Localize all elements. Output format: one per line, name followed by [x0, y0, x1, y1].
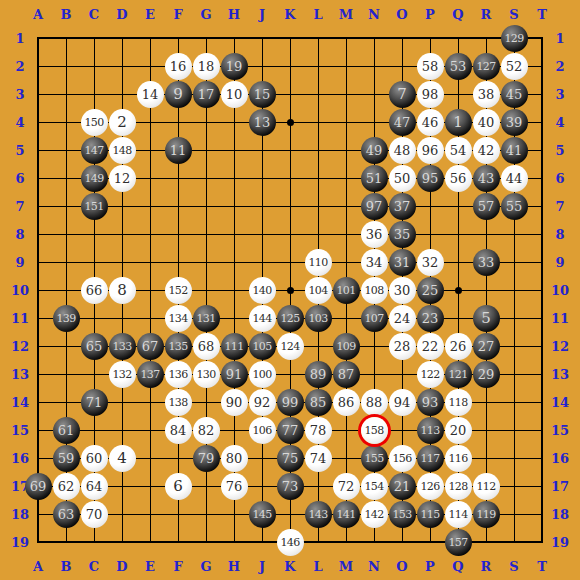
stone-c14: 71	[81, 389, 108, 416]
move-number: 56	[450, 172, 467, 185]
stone-s7: 55	[501, 193, 528, 220]
stone-m12: 109	[333, 333, 360, 360]
stone-g15: 82	[193, 417, 220, 444]
move-number: 45	[506, 88, 523, 101]
move-number: 157	[448, 537, 467, 548]
stone-s1: 129	[501, 25, 528, 52]
move-number: 112	[476, 481, 495, 492]
stone-p18: 115	[417, 501, 444, 528]
col-label-k: K	[276, 553, 304, 579]
stone-h13: 91	[221, 361, 248, 388]
move-number: 119	[476, 509, 495, 520]
stone-e12: 67	[137, 333, 164, 360]
move-number: 19	[226, 60, 243, 73]
stone-n5: 49	[361, 137, 388, 164]
move-number: 5	[481, 311, 491, 326]
move-number: 94	[394, 396, 411, 409]
move-number: 88	[366, 396, 383, 409]
col-label-o: O	[388, 553, 416, 579]
move-number: 55	[506, 200, 523, 213]
stone-s2: 52	[501, 53, 528, 80]
stone-o14: 94	[389, 389, 416, 416]
stone-j15: 106	[249, 417, 276, 444]
move-number: 104	[308, 285, 327, 296]
move-number: 93	[422, 396, 439, 409]
move-number: 7	[397, 87, 407, 102]
move-number: 63	[58, 508, 75, 521]
stone-p15: 113	[417, 417, 444, 444]
stone-o18: 153	[389, 501, 416, 528]
move-number: 18	[198, 60, 215, 73]
stone-p16: 117	[417, 445, 444, 472]
move-number: 148	[112, 145, 131, 156]
move-number: 151	[84, 201, 103, 212]
stone-l15: 78	[305, 417, 332, 444]
move-number: 115	[420, 509, 439, 520]
stone-r13: 29	[473, 361, 500, 388]
stone-h17: 76	[221, 473, 248, 500]
move-number: 139	[56, 313, 75, 324]
col-label-g: G	[192, 553, 220, 579]
stone-f15: 84	[165, 417, 192, 444]
stone-r18: 119	[473, 501, 500, 528]
move-number: 109	[336, 341, 355, 352]
column-labels-bottom: ABCDEFGHJKLMNOPQRST	[24, 553, 556, 579]
move-number: 76	[226, 480, 243, 493]
move-number: 13	[254, 116, 271, 129]
move-number: 69	[30, 480, 47, 493]
stone-m10: 101	[333, 277, 360, 304]
stone-c6: 149	[81, 165, 108, 192]
col-label-t: T	[528, 553, 556, 579]
move-number: 141	[336, 509, 355, 520]
stone-h3: 10	[221, 81, 248, 108]
stone-k12: 124	[277, 333, 304, 360]
stone-h12: 111	[221, 333, 248, 360]
stone-m14: 86	[333, 389, 360, 416]
stone-h16: 80	[221, 445, 248, 472]
stone-n10: 108	[361, 277, 388, 304]
move-number: 110	[308, 257, 327, 268]
stone-p12: 22	[417, 333, 444, 360]
stone-n6: 51	[361, 165, 388, 192]
stone-e13: 137	[137, 361, 164, 388]
move-number: 137	[140, 369, 159, 380]
stone-b15: 61	[53, 417, 80, 444]
move-number: 156	[392, 453, 411, 464]
move-number: 46	[422, 116, 439, 129]
move-number: 66	[86, 284, 103, 297]
move-number: 149	[84, 173, 103, 184]
go-board[interactable]: 1245678910111213141516171819202122232425…	[24, 24, 556, 556]
move-number: 142	[364, 509, 383, 520]
stone-q18: 114	[445, 501, 472, 528]
stone-q17: 128	[445, 473, 472, 500]
stone-d16: 4	[109, 445, 136, 472]
stone-m17: 72	[333, 473, 360, 500]
move-number: 85	[310, 396, 327, 409]
stone-h14: 90	[221, 389, 248, 416]
stone-k17: 73	[277, 473, 304, 500]
stone-o11: 24	[389, 305, 416, 332]
stone-o6: 50	[389, 165, 416, 192]
stone-f14: 138	[165, 389, 192, 416]
stone-g13: 130	[193, 361, 220, 388]
stone-b17: 62	[53, 473, 80, 500]
move-number: 133	[112, 341, 131, 352]
stone-q16: 116	[445, 445, 472, 472]
stone-r2: 127	[473, 53, 500, 80]
col-label-q: Q	[444, 553, 472, 579]
move-number: 22	[422, 340, 439, 353]
stone-j12: 105	[249, 333, 276, 360]
move-number: 147	[84, 145, 103, 156]
move-number: 145	[252, 509, 271, 520]
stone-m18: 141	[333, 501, 360, 528]
col-label-c: C	[80, 553, 108, 579]
stone-p3: 98	[417, 81, 444, 108]
move-number: 8	[117, 283, 127, 298]
stone-q14: 118	[445, 389, 472, 416]
stone-o8: 35	[389, 221, 416, 248]
stone-m13: 87	[333, 361, 360, 388]
stone-p14: 93	[417, 389, 444, 416]
stone-k11: 125	[277, 305, 304, 332]
move-number: 80	[226, 452, 243, 465]
col-label-d: D	[108, 553, 136, 579]
stone-n11: 107	[361, 305, 388, 332]
stone-p6: 95	[417, 165, 444, 192]
move-number: 79	[198, 452, 215, 465]
move-number: 108	[364, 285, 383, 296]
stone-n16: 155	[361, 445, 388, 472]
stone-f3: 9	[165, 81, 192, 108]
move-number: 77	[282, 424, 299, 437]
move-number: 103	[308, 313, 327, 324]
stone-c16: 60	[81, 445, 108, 472]
move-number: 150	[84, 117, 103, 128]
move-number: 38	[478, 88, 495, 101]
move-number: 29	[478, 368, 495, 381]
move-number: 90	[226, 396, 243, 409]
move-number: 65	[86, 340, 103, 353]
move-number: 132	[112, 369, 131, 380]
stone-l18: 143	[305, 501, 332, 528]
stone-j3: 15	[249, 81, 276, 108]
move-number: 126	[420, 481, 439, 492]
stone-d10: 8	[109, 277, 136, 304]
move-number: 28	[394, 340, 411, 353]
col-label-s: S	[500, 553, 528, 579]
stone-g2: 18	[193, 53, 220, 80]
stone-o3: 7	[389, 81, 416, 108]
move-number: 52	[506, 60, 523, 73]
stone-q5: 54	[445, 137, 472, 164]
move-number: 87	[338, 368, 355, 381]
stone-n9: 34	[361, 249, 388, 276]
stone-f2: 16	[165, 53, 192, 80]
stone-n7: 97	[361, 193, 388, 220]
stone-r7: 57	[473, 193, 500, 220]
stone-r6: 43	[473, 165, 500, 192]
move-number: 158	[364, 425, 383, 436]
move-number: 136	[168, 369, 187, 380]
stone-q6: 56	[445, 165, 472, 192]
move-number: 114	[448, 509, 467, 520]
move-number: 67	[142, 340, 159, 353]
stone-l14: 85	[305, 389, 332, 416]
stone-s4: 39	[501, 109, 528, 136]
stone-p10: 25	[417, 277, 444, 304]
stone-d4: 2	[109, 109, 136, 136]
stone-j4: 13	[249, 109, 276, 136]
move-number: 51	[366, 172, 383, 185]
col-label-b: B	[52, 553, 80, 579]
stone-r3: 38	[473, 81, 500, 108]
move-number: 134	[168, 313, 187, 324]
stone-f17: 6	[165, 473, 192, 500]
stone-f13: 136	[165, 361, 192, 388]
stone-d12: 133	[109, 333, 136, 360]
move-number: 35	[394, 228, 411, 241]
col-label-f: F	[164, 553, 192, 579]
col-label-h: H	[220, 553, 248, 579]
move-number: 68	[198, 340, 215, 353]
move-number: 26	[450, 340, 467, 353]
stone-j10: 140	[249, 277, 276, 304]
stone-o10: 30	[389, 277, 416, 304]
move-number: 15	[254, 88, 271, 101]
stone-p4: 46	[417, 109, 444, 136]
move-number: 105	[252, 341, 271, 352]
move-number: 1	[453, 115, 463, 130]
stone-k14: 99	[277, 389, 304, 416]
move-number: 146	[280, 537, 299, 548]
move-number: 11	[170, 144, 187, 157]
stone-n17: 154	[361, 473, 388, 500]
stone-l16: 74	[305, 445, 332, 472]
stone-l10: 104	[305, 277, 332, 304]
stone-q2: 53	[445, 53, 472, 80]
stone-o16: 156	[389, 445, 416, 472]
stone-d6: 12	[109, 165, 136, 192]
stone-g11: 131	[193, 305, 220, 332]
move-number: 98	[422, 88, 439, 101]
stone-j13: 100	[249, 361, 276, 388]
stone-b11: 139	[53, 305, 80, 332]
move-number: 91	[226, 368, 243, 381]
move-number: 57	[478, 200, 495, 213]
stone-r5: 42	[473, 137, 500, 164]
stone-c4: 150	[81, 109, 108, 136]
move-number: 78	[310, 424, 327, 437]
move-number: 39	[506, 116, 523, 129]
move-number: 60	[86, 452, 103, 465]
stone-c7: 151	[81, 193, 108, 220]
move-number: 24	[394, 312, 411, 325]
move-number: 155	[364, 453, 383, 464]
stone-r4: 40	[473, 109, 500, 136]
stone-o12: 28	[389, 333, 416, 360]
stone-f5: 11	[165, 137, 192, 164]
stone-p2: 58	[417, 53, 444, 80]
stone-q15: 20	[445, 417, 472, 444]
move-number: 64	[86, 480, 103, 493]
move-number: 84	[170, 424, 187, 437]
move-number: 75	[282, 452, 299, 465]
move-number: 127	[476, 61, 495, 72]
move-number: 89	[310, 368, 327, 381]
stone-r9: 33	[473, 249, 500, 276]
stone-s3: 45	[501, 81, 528, 108]
stone-p13: 122	[417, 361, 444, 388]
move-number: 99	[282, 396, 299, 409]
stone-c12: 65	[81, 333, 108, 360]
stone-a17: 69	[25, 473, 52, 500]
stone-c17: 64	[81, 473, 108, 500]
stone-l11: 103	[305, 305, 332, 332]
stone-k19: 146	[277, 529, 304, 556]
stone-f11: 134	[165, 305, 192, 332]
move-number: 72	[338, 480, 355, 493]
stone-h2: 19	[221, 53, 248, 80]
stone-l13: 89	[305, 361, 332, 388]
move-number: 117	[420, 453, 439, 464]
stone-n8: 36	[361, 221, 388, 248]
move-number: 49	[366, 144, 383, 157]
stone-r17: 112	[473, 473, 500, 500]
stone-r12: 27	[473, 333, 500, 360]
stone-k15: 77	[277, 417, 304, 444]
move-number: 82	[198, 424, 215, 437]
move-number: 135	[168, 341, 187, 352]
move-number: 70	[86, 508, 103, 521]
move-number: 71	[86, 396, 103, 409]
move-number: 54	[450, 144, 467, 157]
stone-q12: 26	[445, 333, 472, 360]
move-number: 20	[450, 424, 467, 437]
move-number: 43	[478, 172, 495, 185]
move-number: 50	[394, 172, 411, 185]
stone-g12: 68	[193, 333, 220, 360]
col-label-j: J	[248, 553, 276, 579]
move-number: 97	[366, 200, 383, 213]
move-number: 118	[448, 397, 467, 408]
move-number: 6	[173, 479, 183, 494]
stone-n14: 88	[361, 389, 388, 416]
move-number: 12	[114, 172, 131, 185]
move-number: 100	[252, 369, 271, 380]
move-number: 53	[450, 60, 467, 73]
move-number: 31	[394, 256, 411, 269]
move-number: 92	[254, 396, 271, 409]
move-number: 33	[478, 256, 495, 269]
stone-p5: 96	[417, 137, 444, 164]
move-number: 4	[117, 451, 127, 466]
last-move-stone-n15: 158	[361, 417, 388, 444]
move-number: 144	[252, 313, 271, 324]
stone-p17: 126	[417, 473, 444, 500]
move-number: 17	[198, 88, 215, 101]
move-number: 111	[224, 341, 243, 352]
stone-b18: 63	[53, 501, 80, 528]
stone-s6: 44	[501, 165, 528, 192]
move-number: 131	[196, 313, 215, 324]
col-label-m: M	[332, 553, 360, 579]
move-number: 27	[478, 340, 495, 353]
stone-r11: 5	[473, 305, 500, 332]
stone-c5: 147	[81, 137, 108, 164]
stone-q4: 1	[445, 109, 472, 136]
move-number: 96	[422, 144, 439, 157]
move-number: 140	[252, 285, 271, 296]
col-label-p: P	[416, 553, 444, 579]
col-label-e: E	[136, 553, 164, 579]
move-number: 107	[364, 313, 383, 324]
move-number: 32	[422, 256, 439, 269]
move-number: 101	[336, 285, 355, 296]
stone-c18: 70	[81, 501, 108, 528]
move-number: 2	[117, 115, 127, 130]
move-number: 95	[422, 172, 439, 185]
move-number: 73	[282, 480, 299, 493]
move-number: 40	[478, 116, 495, 129]
go-board-diagram: ABCDEFGHJKLMNOPQRST ABCDEFGHJKLMNOPQRST …	[0, 0, 580, 580]
move-number: 10	[226, 88, 243, 101]
stone-n18: 142	[361, 501, 388, 528]
move-number: 113	[420, 425, 439, 436]
move-number: 106	[252, 425, 271, 436]
stone-d13: 132	[109, 361, 136, 388]
stone-o7: 37	[389, 193, 416, 220]
stone-o4: 47	[389, 109, 416, 136]
move-number: 121	[448, 369, 467, 380]
move-number: 86	[338, 396, 355, 409]
move-number: 61	[58, 424, 75, 437]
stone-o9: 31	[389, 249, 416, 276]
stone-j18: 145	[249, 501, 276, 528]
col-label-r: R	[472, 553, 500, 579]
col-label-n: N	[360, 553, 388, 579]
move-number: 153	[392, 509, 411, 520]
stone-p9: 32	[417, 249, 444, 276]
move-number: 59	[58, 452, 75, 465]
move-number: 74	[310, 452, 327, 465]
move-number: 36	[366, 228, 383, 241]
move-number: 23	[422, 312, 439, 325]
move-number: 34	[366, 256, 383, 269]
stone-d5: 148	[109, 137, 136, 164]
move-number: 25	[422, 284, 439, 297]
col-label-a: A	[24, 553, 52, 579]
stone-s5: 41	[501, 137, 528, 164]
stone-p11: 23	[417, 305, 444, 332]
stone-q13: 121	[445, 361, 472, 388]
move-number: 128	[448, 481, 467, 492]
stone-b16: 59	[53, 445, 80, 472]
move-number: 116	[448, 453, 467, 464]
move-number: 44	[506, 172, 523, 185]
stone-q19: 157	[445, 529, 472, 556]
move-number: 16	[170, 60, 187, 73]
stone-c10: 66	[81, 277, 108, 304]
move-number: 47	[394, 116, 411, 129]
move-number: 58	[422, 60, 439, 73]
move-number: 122	[420, 369, 439, 380]
move-number: 42	[478, 144, 495, 157]
stone-f10: 152	[165, 277, 192, 304]
stone-j11: 144	[249, 305, 276, 332]
